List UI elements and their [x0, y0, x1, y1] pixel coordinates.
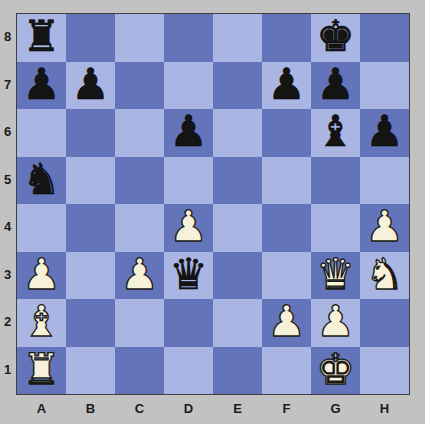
square-c6[interactable]: [115, 109, 164, 157]
square-b8[interactable]: [66, 14, 115, 62]
white-queen[interactable]: ♛: [316, 251, 355, 298]
square-b5[interactable]: [66, 157, 115, 205]
square-a3[interactable]: ♟: [17, 252, 66, 300]
square-b1[interactable]: [66, 347, 115, 395]
square-h3[interactable]: ♞: [360, 252, 409, 300]
square-g6[interactable]: ♝: [311, 109, 360, 157]
square-e2[interactable]: [213, 299, 262, 347]
white-pawn[interactable]: ♟: [267, 298, 306, 345]
square-g7[interactable]: ♟: [311, 62, 360, 110]
rank-label-1: 1: [0, 346, 15, 394]
square-e1[interactable]: [213, 347, 262, 395]
square-b4[interactable]: [66, 204, 115, 252]
square-e6[interactable]: [213, 109, 262, 157]
square-f6[interactable]: [262, 109, 311, 157]
square-g3[interactable]: ♛: [311, 252, 360, 300]
rank-label-4: 4: [0, 203, 15, 251]
white-pawn[interactable]: ♟: [169, 203, 208, 250]
chess-diagram: 87654321 ♜♚♟♟♟♟♟♝♟♞♟♟♟♟♛♛♞♝♟♟♜♚ ABCDEFGH: [0, 0, 425, 424]
square-d2[interactable]: [164, 299, 213, 347]
black-queen[interactable]: ♛: [169, 251, 208, 298]
rank-label-7: 7: [0, 61, 15, 109]
white-pawn[interactable]: ♟: [316, 298, 355, 345]
file-label-h: H: [360, 394, 409, 422]
square-a1[interactable]: ♜: [17, 347, 66, 395]
square-f4[interactable]: [262, 204, 311, 252]
square-b2[interactable]: [66, 299, 115, 347]
square-e5[interactable]: [213, 157, 262, 205]
square-d4[interactable]: ♟: [164, 204, 213, 252]
black-pawn[interactable]: ♟: [71, 61, 110, 108]
rank-label-2: 2: [0, 298, 15, 346]
white-bishop[interactable]: ♝: [22, 298, 61, 345]
square-e7[interactable]: [213, 62, 262, 110]
square-f7[interactable]: ♟: [262, 62, 311, 110]
square-c7[interactable]: [115, 62, 164, 110]
white-pawn[interactable]: ♟: [365, 203, 404, 250]
square-a2[interactable]: ♝: [17, 299, 66, 347]
square-h4[interactable]: ♟: [360, 204, 409, 252]
square-a6[interactable]: [17, 109, 66, 157]
square-e4[interactable]: [213, 204, 262, 252]
square-f3[interactable]: [262, 252, 311, 300]
square-c5[interactable]: [115, 157, 164, 205]
white-pawn[interactable]: ♟: [120, 251, 159, 298]
square-c2[interactable]: [115, 299, 164, 347]
square-f1[interactable]: [262, 347, 311, 395]
square-g5[interactable]: [311, 157, 360, 205]
square-h1[interactable]: [360, 347, 409, 395]
square-a7[interactable]: ♟: [17, 62, 66, 110]
rank-label-8: 8: [0, 13, 15, 61]
square-h8[interactable]: [360, 14, 409, 62]
file-label-f: F: [262, 394, 311, 422]
white-pawn[interactable]: ♟: [22, 251, 61, 298]
square-d5[interactable]: [164, 157, 213, 205]
white-knight[interactable]: ♞: [365, 251, 404, 298]
square-f8[interactable]: [262, 14, 311, 62]
black-pawn[interactable]: ♟: [365, 108, 404, 155]
file-label-b: B: [66, 394, 115, 422]
square-a8[interactable]: ♜: [17, 14, 66, 62]
square-d6[interactable]: ♟: [164, 109, 213, 157]
black-pawn[interactable]: ♟: [267, 61, 306, 108]
square-h5[interactable]: [360, 157, 409, 205]
square-c4[interactable]: [115, 204, 164, 252]
square-g2[interactable]: ♟: [311, 299, 360, 347]
black-rook[interactable]: ♜: [22, 13, 61, 60]
square-d1[interactable]: [164, 347, 213, 395]
square-c1[interactable]: [115, 347, 164, 395]
black-bishop[interactable]: ♝: [316, 108, 355, 155]
square-b6[interactable]: [66, 109, 115, 157]
square-f2[interactable]: ♟: [262, 299, 311, 347]
file-label-c: C: [115, 394, 164, 422]
square-a5[interactable]: ♞: [17, 157, 66, 205]
square-b3[interactable]: [66, 252, 115, 300]
black-pawn[interactable]: ♟: [316, 61, 355, 108]
square-d7[interactable]: [164, 62, 213, 110]
rank-labels: 87654321: [0, 13, 15, 393]
file-label-a: A: [17, 394, 66, 422]
chess-board[interactable]: ♜♚♟♟♟♟♟♝♟♞♟♟♟♟♛♛♞♝♟♟♜♚: [16, 13, 410, 395]
file-label-e: E: [213, 394, 262, 422]
square-h7[interactable]: [360, 62, 409, 110]
rank-label-5: 5: [0, 156, 15, 204]
square-h6[interactable]: ♟: [360, 109, 409, 157]
file-label-d: D: [164, 394, 213, 422]
square-c8[interactable]: [115, 14, 164, 62]
square-d8[interactable]: [164, 14, 213, 62]
black-king[interactable]: ♚: [316, 13, 355, 60]
black-pawn[interactable]: ♟: [22, 61, 61, 108]
rank-label-6: 6: [0, 108, 15, 156]
square-e3[interactable]: [213, 252, 262, 300]
square-h2[interactable]: [360, 299, 409, 347]
white-king[interactable]: ♚: [316, 346, 355, 393]
square-e8[interactable]: [213, 14, 262, 62]
rank-label-3: 3: [0, 251, 15, 299]
square-a4[interactable]: [17, 204, 66, 252]
square-d3[interactable]: ♛: [164, 252, 213, 300]
black-knight[interactable]: ♞: [22, 156, 61, 203]
file-label-g: G: [311, 394, 360, 422]
file-labels: ABCDEFGH: [17, 394, 409, 422]
square-c3[interactable]: ♟: [115, 252, 164, 300]
black-pawn[interactable]: ♟: [169, 108, 208, 155]
square-f5[interactable]: [262, 157, 311, 205]
square-g1[interactable]: ♚: [311, 347, 360, 395]
square-b7[interactable]: ♟: [66, 62, 115, 110]
square-g8[interactable]: ♚: [311, 14, 360, 62]
white-rook[interactable]: ♜: [22, 346, 61, 393]
square-g4[interactable]: [311, 204, 360, 252]
